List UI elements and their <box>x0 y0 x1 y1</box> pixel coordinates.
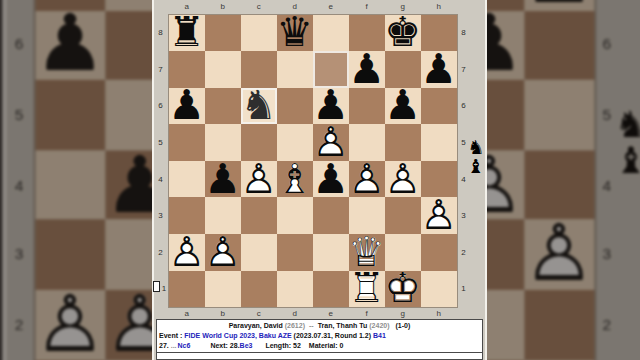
square-f6[interactable] <box>349 88 385 125</box>
square-b2[interactable]: ♟♙ <box>205 234 241 271</box>
square-h2[interactable] <box>421 234 457 271</box>
white-pawn[interactable]: ♟♙ <box>169 234 205 271</box>
black-pawn[interactable]: ♟ <box>385 88 421 125</box>
square-f1[interactable]: ♜♖ <box>349 271 385 308</box>
white-pawn[interactable]: ♟♙ <box>349 161 385 198</box>
square-d6[interactable] <box>277 88 313 125</box>
black-player-rating: (2420) <box>369 322 389 329</box>
square-d7[interactable] <box>277 51 313 88</box>
square-c1[interactable] <box>241 271 277 308</box>
rank-labels-left: 87654321 <box>154 15 167 308</box>
panel-right-edge <box>485 0 487 360</box>
square-e3[interactable] <box>313 197 349 234</box>
black-pawn[interactable]: ♟ <box>205 161 241 198</box>
players-separator: -- <box>309 322 314 329</box>
game-info-bar: Paravyan, David (2612)--Tran, Thanh Tu (… <box>156 319 483 360</box>
black-queen-glyph: ♛ <box>277 15 313 52</box>
event-date-round: (2023.07.31, Round 1.2) <box>294 332 371 339</box>
rank-label-5-left: 5 <box>154 124 167 161</box>
video-frame: abcdefghabcdefgh8765432187654321♜♛♚♟♟♟♞♟… <box>0 0 640 360</box>
square-e1[interactable] <box>313 271 349 308</box>
rank-label-3-right: 3 <box>457 197 470 234</box>
move-dots: ... <box>171 342 177 349</box>
white-pawn[interactable]: ♟♙ <box>385 161 421 198</box>
square-c6[interactable]: ♞ <box>241 88 277 125</box>
file-label-f-top: f <box>349 1 385 14</box>
square-f4[interactable]: ♟♙ <box>349 161 385 198</box>
square-a4[interactable] <box>169 161 205 198</box>
square-e4[interactable]: ♟ <box>313 161 349 198</box>
white-bishop-outline: ♗ <box>277 161 313 198</box>
white-bishop-icon: ♗ <box>466 157 486 176</box>
next-label: Next: <box>210 342 228 349</box>
file-label-h-top: h <box>421 1 457 14</box>
square-f7[interactable]: ♟ <box>349 51 385 88</box>
white-bishop[interactable]: ♝♗ <box>277 161 313 198</box>
white-pawn-outline: ♙ <box>241 161 277 198</box>
white-player-rating: (2612) <box>285 322 305 329</box>
file-label-b-top: b <box>205 1 241 14</box>
chess-board: ♜♛♚♟♟♟♞♟♟♟♙♟♟♙♝♗♟♟♙♟♙♟♙♟♙♟♙♛♕♜♖♚♔ <box>169 15 457 308</box>
black-rook[interactable]: ♜ <box>169 15 205 52</box>
square-d8[interactable]: ♛ <box>277 15 313 52</box>
square-e8[interactable] <box>313 15 349 52</box>
white-pawn-outline: ♙ <box>385 161 421 198</box>
white-pawn[interactable]: ♟♙ <box>421 197 457 234</box>
black-pawn-glyph: ♟ <box>385 88 421 125</box>
black-king-glyph: ♚ <box>385 15 421 52</box>
square-h7[interactable]: ♟ <box>421 51 457 88</box>
length-label: Length: <box>265 342 291 349</box>
last-move-link[interactable]: Nc6 <box>178 342 191 349</box>
rank-label-4-left: 4 <box>154 161 167 198</box>
white-pawn-outline: ♙ <box>349 161 385 198</box>
rank-label-8-left: 8 <box>154 15 167 52</box>
square-b4[interactable]: ♟ <box>205 161 241 198</box>
square-g1[interactable]: ♚♔ <box>385 271 421 308</box>
white-pawn[interactable]: ♟♙ <box>241 161 277 198</box>
square-d4[interactable]: ♝♗ <box>277 161 313 198</box>
rank-label-3-left: 3 <box>154 197 167 234</box>
material-label: Material: <box>309 342 338 349</box>
black-pawn-glyph: ♟ <box>169 88 205 125</box>
square-b1[interactable] <box>205 271 241 308</box>
black-knight-glyph: ♞ <box>241 88 277 125</box>
black-player-name: Tran, Thanh Tu <box>318 322 368 329</box>
square-b8[interactable] <box>205 15 241 52</box>
eco-code-link[interactable]: B41 <box>373 332 386 339</box>
rank-label-1-right: 1 <box>457 271 470 308</box>
black-pawn-glyph: ♟ <box>421 51 457 88</box>
moves-line: 27. ...Nc6Next: 28.Be3Length: 52Material… <box>159 341 480 351</box>
black-pawn[interactable]: ♟ <box>169 88 205 125</box>
black-pawn-glyph: ♟ <box>313 161 349 198</box>
event-name-link[interactable]: FIDE World Cup 2023, Baku AZE <box>184 332 291 339</box>
black-king[interactable]: ♚ <box>385 15 421 52</box>
black-knight[interactable]: ♞ <box>241 88 277 125</box>
black-pawn-glyph: ♟ <box>349 51 385 88</box>
black-pawn[interactable]: ♟ <box>349 51 385 88</box>
black-queen[interactable]: ♛ <box>277 15 313 52</box>
game-panel: abcdefghabcdefgh8765432187654321♜♛♚♟♟♟♞♟… <box>152 0 487 360</box>
event-label: Event : <box>159 332 182 339</box>
square-g3[interactable] <box>385 197 421 234</box>
next-move-link[interactable]: Be3 <box>240 342 253 349</box>
white-pawn[interactable]: ♟♙ <box>205 234 241 271</box>
square-a6[interactable]: ♟ <box>169 88 205 125</box>
square-b7[interactable] <box>205 51 241 88</box>
square-g4[interactable]: ♟♙ <box>385 161 421 198</box>
black-pawn-glyph: ♟ <box>205 161 241 198</box>
white-king-outline: ♔ <box>385 271 421 308</box>
rank-label-7-right: 7 <box>457 51 470 88</box>
square-c3[interactable] <box>241 197 277 234</box>
rank-label-8-right: 8 <box>457 15 470 52</box>
game-info-main: Paravyan, David (2612)--Tran, Thanh Tu (… <box>157 320 482 353</box>
players-line: Paravyan, David (2612)--Tran, Thanh Tu (… <box>159 321 480 331</box>
length-value: 52 <box>293 342 301 349</box>
black-rook-glyph: ♜ <box>169 15 205 52</box>
square-h3[interactable]: ♟♙ <box>421 197 457 234</box>
file-label-c-top: c <box>241 1 277 14</box>
event-line: Event : FIDE World Cup 2023, Baku AZE (2… <box>159 331 480 341</box>
rank-label-6-right: 6 <box>457 88 470 125</box>
white-king[interactable]: ♚♔ <box>385 271 421 308</box>
rank-label-2-left: 2 <box>154 234 167 271</box>
black-pawn[interactable]: ♟ <box>421 51 457 88</box>
square-c8[interactable] <box>241 15 277 52</box>
square-b6[interactable] <box>205 88 241 125</box>
square-h6[interactable] <box>421 88 457 125</box>
move-number: 27. <box>159 342 169 349</box>
square-d2[interactable] <box>277 234 313 271</box>
square-a8[interactable]: ♜ <box>169 15 205 52</box>
square-d3[interactable] <box>277 197 313 234</box>
square-d1[interactable] <box>277 271 313 308</box>
square-a5[interactable] <box>169 124 205 161</box>
square-a2[interactable]: ♟♙ <box>169 234 205 271</box>
next-move-number: 28. <box>230 342 240 349</box>
material-tray: ♞♝♗ <box>466 138 486 176</box>
rank-label-6-left: 6 <box>154 88 167 125</box>
white-pawn-outline: ♙ <box>421 197 457 234</box>
square-e2[interactable] <box>313 234 349 271</box>
white-rook[interactable]: ♜♖ <box>349 271 385 308</box>
black-pawn[interactable]: ♟ <box>313 161 349 198</box>
square-g8[interactable]: ♚ <box>385 15 421 52</box>
material-white-bishop: ♝♗ <box>466 157 486 176</box>
white-pawn-outline: ♙ <box>169 234 205 271</box>
rank-label-7-left: 7 <box>154 51 167 88</box>
file-label-e-top: e <box>313 1 349 14</box>
square-c4[interactable]: ♟♙ <box>241 161 277 198</box>
side-to-move-indicator-white <box>153 281 160 292</box>
white-pawn-outline: ♙ <box>205 234 241 271</box>
square-h1[interactable] <box>421 271 457 308</box>
rank-label-2-right: 2 <box>457 234 470 271</box>
square-h5[interactable] <box>421 124 457 161</box>
square-c2[interactable] <box>241 234 277 271</box>
white-player-name: Paravyan, David <box>229 322 283 329</box>
game-result: (1-0) <box>396 322 411 329</box>
white-rook-outline: ♖ <box>349 271 385 308</box>
square-a1[interactable] <box>169 271 205 308</box>
square-g6[interactable]: ♟ <box>385 88 421 125</box>
material-value: 0 <box>340 342 344 349</box>
